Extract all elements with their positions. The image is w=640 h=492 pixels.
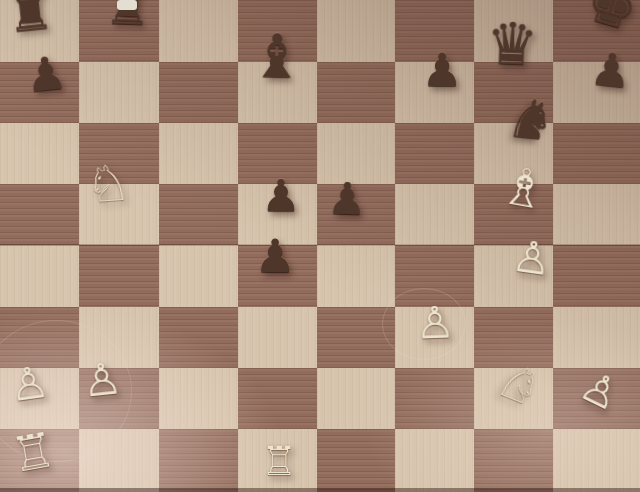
piece-white-pawn-a2[interactable]: ♙	[6, 359, 51, 408]
piece-white-bishop-g5[interactable]: ♗	[497, 158, 552, 217]
piece-white-knight-g2[interactable]: ♘	[491, 354, 549, 415]
piece-white-knight-b5[interactable]: ♘	[84, 157, 132, 210]
piece-black-knight-g6[interactable]: ♞	[504, 91, 558, 150]
piece-black-pawn-d4[interactable]: ♟	[254, 233, 295, 279]
piece-black-pawn-d5[interactable]: ♟	[261, 174, 300, 218]
piece-black-bishop-d7[interactable]: ♝	[250, 26, 305, 87]
chess-board-photo: ♜♜♚♟♝♟♛♟♞♟♟♟♘♗♙♙♙♙♖♖♘♙	[0, 0, 640, 492]
piece-black-rook-b8[interactable]: ♜	[103, 0, 153, 34]
piece-white-pawn-h2[interactable]: ♙	[574, 364, 626, 418]
piece-white-pawn-f3[interactable]: ♙	[415, 300, 456, 345]
piece-black-pawn-h7[interactable]: ♟	[588, 45, 634, 95]
piece-black-pawn-e5[interactable]: ♟	[327, 176, 368, 221]
piece-white-pawn-g4[interactable]: ♙	[509, 233, 554, 282]
piece-black-rook-a8[interactable]: ♜	[3, 0, 57, 41]
piece-white-pawn-b2[interactable]: ♙	[80, 356, 124, 404]
piece-black-pawn-a7[interactable]: ♟	[23, 49, 69, 99]
piece-black-pawn-f7[interactable]: ♟	[421, 47, 462, 93]
piece-white-rook-d1[interactable]: ♖	[261, 441, 297, 481]
piece-black-king-h8[interactable]: ♚	[580, 0, 640, 40]
piece-white-rook-a1[interactable]: ♖	[8, 425, 59, 480]
piece-black-queen-g7[interactable]: ♛	[485, 14, 539, 74]
pieces-layer: ♜♜♚♟♝♟♛♟♞♟♟♟♘♗♙♙♙♙♖♖♘♙	[0, 0, 640, 492]
